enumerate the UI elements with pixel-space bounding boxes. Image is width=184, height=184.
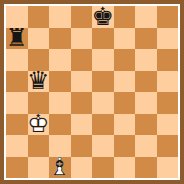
square-c1[interactable]: ♝♗ [49,157,71,179]
square-d8[interactable] [71,6,93,28]
square-g3[interactable] [135,114,157,136]
square-f4[interactable] [114,92,136,114]
square-d6[interactable] [71,49,93,71]
square-e2[interactable] [92,135,114,157]
square-f5[interactable] [114,71,136,93]
square-g8[interactable] [135,6,157,28]
square-b2[interactable] [28,135,50,157]
square-g7[interactable] [135,28,157,50]
square-g4[interactable] [135,92,157,114]
square-e3[interactable] [92,114,114,136]
square-c3[interactable] [49,114,71,136]
square-f1[interactable] [114,157,136,179]
square-a6[interactable] [6,49,28,71]
square-h1[interactable] [157,157,179,179]
piece-white-king-icon[interactable]: ♚♔ [28,114,50,136]
square-f7[interactable] [114,28,136,50]
square-a8[interactable] [6,6,28,28]
square-e1[interactable] [92,157,114,179]
square-a2[interactable] [6,135,28,157]
square-c2[interactable] [49,135,71,157]
chess-board-frame: ♚♜♛♚♔♝♗ [0,0,184,184]
square-g1[interactable] [135,157,157,179]
square-h4[interactable] [157,92,179,114]
square-b5[interactable]: ♛ [28,71,50,93]
square-b6[interactable] [28,49,50,71]
square-a7[interactable]: ♜ [6,28,28,50]
square-c5[interactable] [49,71,71,93]
square-b7[interactable] [28,28,50,50]
square-e5[interactable] [92,71,114,93]
square-e4[interactable] [92,92,114,114]
square-f3[interactable] [114,114,136,136]
square-d2[interactable] [71,135,93,157]
square-h2[interactable] [157,135,179,157]
square-d3[interactable] [71,114,93,136]
square-h3[interactable] [157,114,179,136]
square-g5[interactable] [135,71,157,93]
square-h8[interactable] [157,6,179,28]
square-f2[interactable] [114,135,136,157]
square-b8[interactable] [28,6,50,28]
square-g2[interactable] [135,135,157,157]
square-d1[interactable] [71,157,93,179]
square-a4[interactable] [6,92,28,114]
square-h6[interactable] [157,49,179,71]
square-b4[interactable] [28,92,50,114]
square-c8[interactable] [49,6,71,28]
square-b1[interactable] [28,157,50,179]
square-d4[interactable] [71,92,93,114]
piece-black-king-icon[interactable]: ♚ [92,6,114,28]
square-h7[interactable] [157,28,179,50]
chess-board-grid: ♚♜♛♚♔♝♗ [6,6,178,178]
square-e8[interactable]: ♚ [92,6,114,28]
square-e6[interactable] [92,49,114,71]
piece-black-rook-icon[interactable]: ♜ [6,28,28,50]
square-h5[interactable] [157,71,179,93]
square-a5[interactable] [6,71,28,93]
square-b3[interactable]: ♚♔ [28,114,50,136]
piece-black-queen-icon[interactable]: ♛ [28,71,50,93]
square-f8[interactable] [114,6,136,28]
square-c7[interactable] [49,28,71,50]
square-d5[interactable] [71,71,93,93]
square-g6[interactable] [135,49,157,71]
square-f6[interactable] [114,49,136,71]
piece-white-bishop-icon[interactable]: ♝♗ [49,157,71,179]
square-c6[interactable] [49,49,71,71]
square-e7[interactable] [92,28,114,50]
square-a1[interactable] [6,157,28,179]
square-c4[interactable] [49,92,71,114]
square-d7[interactable] [71,28,93,50]
square-a3[interactable] [6,114,28,136]
